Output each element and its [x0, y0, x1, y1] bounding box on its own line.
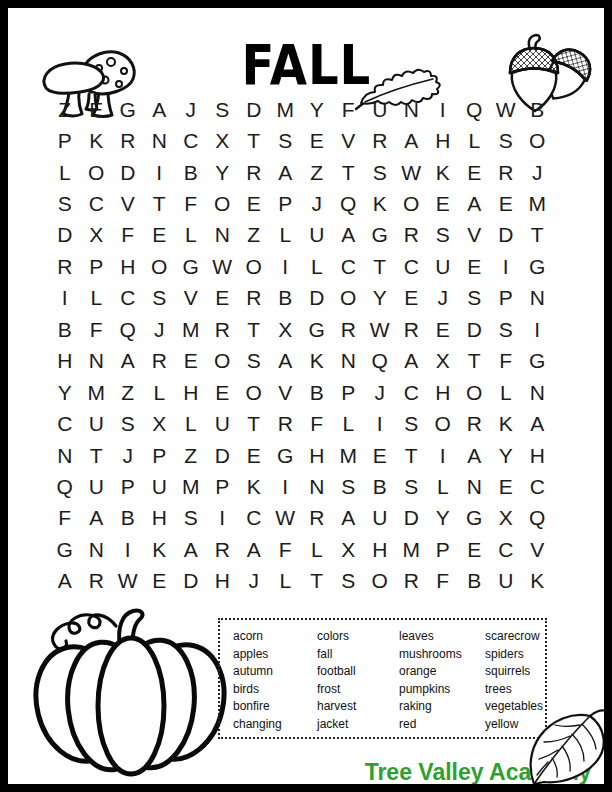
grid-cell: H	[522, 440, 554, 471]
grid-cell: F	[490, 346, 522, 377]
grid-cell: L	[490, 377, 522, 408]
grid-cell: Y	[427, 503, 459, 534]
grid-cell: G	[364, 220, 396, 251]
grid-cell: L	[301, 251, 333, 282]
grid-cell: M	[522, 188, 554, 219]
word-item: changing	[233, 716, 317, 734]
word-item: autumn	[233, 663, 317, 681]
grid-cell: F	[175, 188, 207, 219]
grid-cell: D	[207, 440, 239, 471]
word-list-box: acornapplesautumnbirdsbonfirechanging co…	[218, 618, 547, 739]
word-item: red	[399, 716, 485, 734]
grid-cell: O	[207, 346, 239, 377]
grid-cell: J	[238, 566, 270, 597]
grid-cell: T	[301, 566, 333, 597]
grid-cell: R	[238, 283, 270, 314]
grid-cell: V	[333, 125, 365, 156]
grid-cell: S	[427, 220, 459, 251]
grid-cell: R	[396, 314, 428, 345]
grid-cell: Q	[522, 503, 554, 534]
grid-cell: S	[238, 346, 270, 377]
grid-cell: S	[49, 188, 81, 219]
grid-cell: D	[490, 220, 522, 251]
grid-cell: T	[81, 440, 113, 471]
grid-cell: D	[238, 94, 270, 125]
grid-cell: N	[81, 534, 113, 565]
grid-cell: K	[490, 408, 522, 439]
grid-cell: E	[144, 566, 176, 597]
grid-cell: S	[459, 283, 491, 314]
grid-cell: K	[522, 566, 554, 597]
grid-cell: P	[333, 377, 365, 408]
grid-cell: A	[270, 157, 302, 188]
grid-cell: N	[81, 346, 113, 377]
grid-cell: E	[459, 157, 491, 188]
grid-cell: S	[270, 125, 302, 156]
grid-cell: J	[427, 283, 459, 314]
grid-cell: I	[490, 251, 522, 282]
word-item: colors	[317, 628, 399, 646]
grid-cell: I	[364, 408, 396, 439]
grid-cell: H	[207, 566, 239, 597]
grid-cell: T	[238, 125, 270, 156]
grid-cell: J	[301, 188, 333, 219]
grid-cell: R	[459, 408, 491, 439]
grid-cell: C	[81, 188, 113, 219]
grid-cell: V	[522, 534, 554, 565]
grid-cell: S	[396, 408, 428, 439]
grid-cell: D	[175, 566, 207, 597]
grid-cell: C	[522, 471, 554, 502]
grid-cell: U	[364, 503, 396, 534]
word-column: acornapplesautumnbirdsbonfirechanging	[233, 628, 317, 737]
grid-cell: H	[301, 440, 333, 471]
grid-cell: T	[364, 251, 396, 282]
word-item: scarecrow	[485, 628, 545, 646]
grid-cell: I	[427, 94, 459, 125]
grid-cell: L	[270, 220, 302, 251]
grid-cell: E	[396, 283, 428, 314]
grid-cell: F	[270, 534, 302, 565]
grid-cell: U	[427, 251, 459, 282]
word-item: pumpkins	[399, 681, 485, 699]
grid-cell: N	[49, 440, 81, 471]
grid-cell: U	[144, 471, 176, 502]
grid-cell: T	[238, 408, 270, 439]
grid-cell: H	[49, 346, 81, 377]
grid-cell: F	[427, 566, 459, 597]
grid-cell: Z	[238, 220, 270, 251]
grid-cell: P	[490, 283, 522, 314]
grid-cell: M	[81, 377, 113, 408]
word-item: raking	[399, 698, 485, 716]
grid-cell: D	[49, 220, 81, 251]
pumpkin-icon	[28, 604, 233, 784]
grid-cell: N	[301, 471, 333, 502]
word-item: leaves	[399, 628, 485, 646]
letter-grid: ZEGAJSDMYFUNIQWBPKRNCXTSEVRAHLSOLODIBYRA…	[49, 94, 553, 597]
grid-cell: Z	[301, 157, 333, 188]
grid-cell: G	[270, 440, 302, 471]
grid-cell: F	[49, 503, 81, 534]
grid-cell: H	[364, 534, 396, 565]
grid-cell: Q	[112, 314, 144, 345]
grid-cell: L	[49, 157, 81, 188]
grid-cell: V	[459, 220, 491, 251]
grid-cell: A	[333, 503, 365, 534]
grid-cell: C	[490, 534, 522, 565]
grid-cell: P	[81, 251, 113, 282]
grid-cell: X	[427, 346, 459, 377]
grid-cell: O	[522, 125, 554, 156]
grid-cell: O	[364, 566, 396, 597]
grid-cell: C	[175, 125, 207, 156]
word-item: football	[317, 663, 399, 681]
grid-cell: T	[238, 314, 270, 345]
grid-cell: I	[270, 471, 302, 502]
grid-cell: C	[238, 503, 270, 534]
word-item: birds	[233, 681, 317, 699]
grid-cell: O	[427, 408, 459, 439]
grid-cell: C	[396, 377, 428, 408]
grid-cell: W	[207, 251, 239, 282]
grid-cell: C	[333, 251, 365, 282]
grid-cell: T	[459, 346, 491, 377]
grid-cell: U	[81, 471, 113, 502]
grid-cell: M	[175, 314, 207, 345]
grid-cell: L	[270, 566, 302, 597]
grid-cell: Y	[49, 377, 81, 408]
grid-cell: Y	[364, 283, 396, 314]
grid-cell: D	[396, 503, 428, 534]
grid-cell: M	[270, 94, 302, 125]
grid-cell: A	[396, 346, 428, 377]
grid-cell: I	[112, 534, 144, 565]
grid-cell: E	[207, 377, 239, 408]
grid-cell: P	[270, 188, 302, 219]
grid-cell: F	[81, 314, 113, 345]
grid-cell: I	[144, 157, 176, 188]
grid-cell: O	[238, 377, 270, 408]
grid-cell: I	[270, 251, 302, 282]
grid-cell: M	[175, 471, 207, 502]
grid-cell: S	[175, 503, 207, 534]
grid-cell: E	[459, 251, 491, 282]
grid-cell: Z	[175, 440, 207, 471]
grid-cell: R	[238, 157, 270, 188]
grid-cell: L	[175, 220, 207, 251]
grid-cell: L	[333, 408, 365, 439]
grid-cell: Q	[49, 471, 81, 502]
grid-cell: S	[112, 408, 144, 439]
word-item: orange	[399, 663, 485, 681]
grid-cell: U	[81, 408, 113, 439]
grid-cell: R	[490, 157, 522, 188]
grid-cell: J	[112, 440, 144, 471]
grid-cell: K	[81, 125, 113, 156]
grid-cell: X	[81, 220, 113, 251]
grid-cell: S	[144, 283, 176, 314]
grid-cell: A	[459, 188, 491, 219]
grid-cell: S	[490, 314, 522, 345]
grid-cell: R	[364, 125, 396, 156]
word-column: leavesmushroomsorangepumpkinsrakingred	[399, 628, 485, 737]
grid-cell: E	[238, 188, 270, 219]
word-item: bonfire	[233, 698, 317, 716]
grid-cell: Q	[459, 94, 491, 125]
leaf-icon	[520, 704, 612, 790]
grid-cell: S	[490, 125, 522, 156]
grid-cell: O	[81, 157, 113, 188]
grid-cell: I	[207, 503, 239, 534]
grid-cell: K	[427, 157, 459, 188]
grid-cell: P	[144, 440, 176, 471]
grid-cell: R	[144, 346, 176, 377]
grid-cell: A	[333, 220, 365, 251]
grid-cell: G	[522, 346, 554, 377]
grid-cell: U	[207, 408, 239, 439]
word-column: colorsfallfootballfrostharvestjacket	[317, 628, 399, 737]
grid-cell: U	[301, 220, 333, 251]
grid-cell: W	[490, 94, 522, 125]
grid-cell: W	[364, 314, 396, 345]
grid-cell: Q	[333, 188, 365, 219]
grid-cell: R	[49, 251, 81, 282]
grid-cell: E	[490, 188, 522, 219]
grid-cell: H	[144, 503, 176, 534]
grid-cell: C	[396, 251, 428, 282]
grid-cell: K	[364, 188, 396, 219]
grid-cell: T	[522, 220, 554, 251]
grid-cell: B	[522, 94, 554, 125]
word-item: frost	[317, 681, 399, 699]
grid-cell: L	[427, 471, 459, 502]
grid-cell: E	[144, 220, 176, 251]
grid-cell: E	[238, 440, 270, 471]
grid-cell: H	[427, 377, 459, 408]
grid-cell: D	[459, 314, 491, 345]
grid-cell: Z	[112, 377, 144, 408]
grid-cell: X	[270, 314, 302, 345]
grid-cell: K	[238, 471, 270, 502]
grid-cell: A	[396, 125, 428, 156]
grid-cell: B	[459, 566, 491, 597]
grid-cell: S	[207, 94, 239, 125]
grid-cell: F	[333, 94, 365, 125]
grid-cell: I	[522, 314, 554, 345]
grid-cell: P	[112, 471, 144, 502]
worksheet-page: FALL	[0, 0, 612, 792]
grid-cell: D	[301, 283, 333, 314]
grid-cell: C	[49, 408, 81, 439]
grid-cell: U	[490, 566, 522, 597]
grid-cell: L	[175, 408, 207, 439]
grid-cell: E	[490, 471, 522, 502]
grid-cell: A	[238, 534, 270, 565]
grid-cell: A	[144, 94, 176, 125]
grid-cell: D	[112, 157, 144, 188]
grid-cell: N	[459, 471, 491, 502]
grid-cell: E	[207, 283, 239, 314]
grid-cell: O	[238, 251, 270, 282]
grid-cell: H	[175, 377, 207, 408]
word-item: trees	[485, 681, 545, 699]
grid-cell: N	[207, 220, 239, 251]
grid-cell: W	[270, 503, 302, 534]
grid-cell: S	[396, 471, 428, 502]
grid-cell: K	[144, 534, 176, 565]
grid-cell: G	[459, 503, 491, 534]
grid-cell: R	[207, 534, 239, 565]
grid-cell: G	[522, 251, 554, 282]
grid-cell: V	[270, 377, 302, 408]
grid-cell: U	[364, 94, 396, 125]
grid-cell: A	[112, 346, 144, 377]
grid-cell: K	[301, 346, 333, 377]
grid-cell: J	[364, 377, 396, 408]
grid-cell: G	[112, 94, 144, 125]
grid-cell: T	[144, 188, 176, 219]
word-item: apples	[233, 646, 317, 664]
grid-cell: X	[490, 503, 522, 534]
grid-cell: M	[396, 534, 428, 565]
grid-cell: N	[144, 125, 176, 156]
grid-cell: A	[459, 440, 491, 471]
grid-cell: P	[207, 471, 239, 502]
word-item: squirrels	[485, 663, 545, 681]
grid-cell: W	[112, 566, 144, 597]
word-item: acorn	[233, 628, 317, 646]
grid-cell: O	[207, 188, 239, 219]
grid-cell: N	[522, 283, 554, 314]
grid-cell: Y	[490, 440, 522, 471]
grid-cell: W	[396, 157, 428, 188]
grid-cell: T	[333, 157, 365, 188]
grid-cell: S	[333, 471, 365, 502]
grid-cell: A	[81, 503, 113, 534]
grid-cell: L	[81, 283, 113, 314]
grid-cell: T	[396, 440, 428, 471]
grid-cell: B	[49, 314, 81, 345]
grid-cell: L	[144, 377, 176, 408]
grid-cell: Z	[49, 94, 81, 125]
grid-cell: J	[522, 157, 554, 188]
grid-cell: P	[49, 125, 81, 156]
grid-cell: R	[112, 125, 144, 156]
grid-cell: B	[175, 157, 207, 188]
grid-cell: E	[301, 125, 333, 156]
grid-cell: P	[427, 534, 459, 565]
word-item: fall	[317, 646, 399, 664]
grid-cell: S	[333, 566, 365, 597]
grid-cell: E	[427, 188, 459, 219]
grid-cell: Y	[207, 157, 239, 188]
grid-cell: X	[144, 408, 176, 439]
grid-cell: F	[112, 220, 144, 251]
grid-cell: R	[301, 503, 333, 534]
grid-cell: X	[207, 125, 239, 156]
grid-cell: J	[144, 314, 176, 345]
grid-cell: A	[522, 408, 554, 439]
grid-cell: E	[459, 534, 491, 565]
grid-cell: S	[364, 157, 396, 188]
grid-cell: O	[144, 251, 176, 282]
grid-cell: R	[81, 566, 113, 597]
grid-cell: H	[112, 251, 144, 282]
grid-cell: A	[49, 566, 81, 597]
word-item: harvest	[317, 698, 399, 716]
grid-cell: N	[333, 346, 365, 377]
grid-cell: Q	[364, 346, 396, 377]
word-item: mushrooms	[399, 646, 485, 664]
grid-cell: G	[301, 314, 333, 345]
grid-cell: A	[175, 534, 207, 565]
grid-cell: Y	[301, 94, 333, 125]
grid-cell: E	[175, 346, 207, 377]
grid-cell: O	[459, 377, 491, 408]
grid-cell: R	[396, 220, 428, 251]
grid-cell: O	[396, 188, 428, 219]
grid-cell: E	[81, 94, 113, 125]
grid-cell: E	[364, 440, 396, 471]
word-item: spiders	[485, 646, 545, 664]
grid-cell: L	[301, 534, 333, 565]
grid-cell: L	[459, 125, 491, 156]
grid-cell: E	[427, 314, 459, 345]
grid-cell: R	[207, 314, 239, 345]
grid-cell: N	[522, 377, 554, 408]
grid-cell: V	[175, 283, 207, 314]
grid-cell: G	[175, 251, 207, 282]
grid-cell: N	[396, 94, 428, 125]
grid-cell: O	[333, 283, 365, 314]
grid-cell: B	[112, 503, 144, 534]
grid-cell: R	[270, 408, 302, 439]
grid-cell: I	[427, 440, 459, 471]
grid-cell: R	[396, 566, 428, 597]
grid-cell: H	[427, 125, 459, 156]
grid-cell: R	[333, 314, 365, 345]
grid-cell: G	[49, 534, 81, 565]
grid-cell: B	[301, 377, 333, 408]
grid-cell: V	[112, 188, 144, 219]
grid-cell: F	[301, 408, 333, 439]
grid-cell: I	[49, 283, 81, 314]
word-item: jacket	[317, 716, 399, 734]
grid-cell: B	[270, 283, 302, 314]
grid-cell: J	[175, 94, 207, 125]
grid-cell: B	[364, 471, 396, 502]
grid-cell: X	[333, 534, 365, 565]
grid-cell: C	[112, 283, 144, 314]
grid-cell: M	[333, 440, 365, 471]
grid-cell: A	[270, 346, 302, 377]
